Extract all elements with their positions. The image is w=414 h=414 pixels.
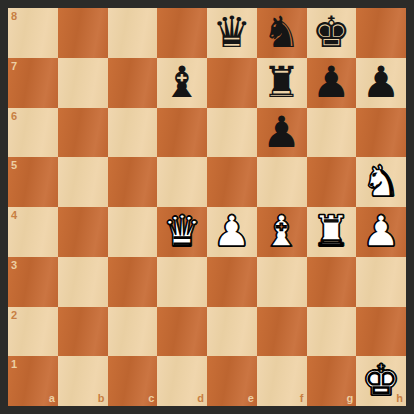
piece-black-knight-f8[interactable]: ♞: [262, 8, 301, 58]
piece-black-queen-e8[interactable]: ♛: [213, 8, 252, 58]
square-f1[interactable]: f: [257, 356, 307, 406]
piece-white-rook-g4[interactable]: ♜: [312, 207, 351, 257]
square-g4[interactable]: ♜: [307, 207, 357, 257]
square-e6[interactable]: [207, 108, 257, 158]
file-label-c: c: [148, 393, 154, 404]
square-g6[interactable]: [307, 108, 357, 158]
square-b6[interactable]: [58, 108, 108, 158]
board-frame: 8♛♞♚7♝♜♟♟6♟5♞4♛♟♝♜♟321abcdefgh♚: [0, 0, 414, 414]
square-f4[interactable]: ♝: [257, 207, 307, 257]
square-c7[interactable]: [108, 58, 158, 108]
piece-black-king-g8[interactable]: ♚: [312, 8, 351, 58]
rank-label-3: 3: [11, 260, 17, 271]
square-g2[interactable]: [307, 307, 357, 357]
file-label-g: g: [347, 393, 354, 404]
rank-label-6: 6: [11, 111, 17, 122]
square-c3[interactable]: [108, 257, 158, 307]
square-f3[interactable]: [257, 257, 307, 307]
square-e8[interactable]: ♛: [207, 8, 257, 58]
square-h8[interactable]: [356, 8, 406, 58]
square-b5[interactable]: [58, 157, 108, 207]
square-d2[interactable]: [157, 307, 207, 357]
square-c8[interactable]: [108, 8, 158, 58]
square-e3[interactable]: [207, 257, 257, 307]
rank-label-2: 2: [11, 310, 17, 321]
square-h6[interactable]: [356, 108, 406, 158]
square-e4[interactable]: ♟: [207, 207, 257, 257]
chess-board: 8♛♞♚7♝♜♟♟6♟5♞4♛♟♝♜♟321abcdefgh♚: [8, 8, 406, 406]
square-g5[interactable]: [307, 157, 357, 207]
file-label-b: b: [98, 393, 105, 404]
square-d6[interactable]: [157, 108, 207, 158]
piece-black-pawn-g7[interactable]: ♟: [312, 58, 351, 108]
square-d7[interactable]: ♝: [157, 58, 207, 108]
square-d1[interactable]: d: [157, 356, 207, 406]
piece-white-bishop-f4[interactable]: ♝: [262, 207, 301, 257]
rank-label-7: 7: [11, 61, 17, 72]
square-a1[interactable]: 1a: [8, 356, 58, 406]
piece-white-pawn-h4[interactable]: ♟: [362, 207, 401, 257]
piece-white-queen-d4[interactable]: ♛: [163, 207, 202, 257]
square-a5[interactable]: 5: [8, 157, 58, 207]
square-c1[interactable]: c: [108, 356, 158, 406]
square-c4[interactable]: [108, 207, 158, 257]
square-f2[interactable]: [257, 307, 307, 357]
piece-white-king-h1[interactable]: ♚: [362, 356, 401, 406]
square-d8[interactable]: [157, 8, 207, 58]
square-b2[interactable]: [58, 307, 108, 357]
square-f5[interactable]: [257, 157, 307, 207]
square-c2[interactable]: [108, 307, 158, 357]
square-c5[interactable]: [108, 157, 158, 207]
square-h1[interactable]: h♚: [356, 356, 406, 406]
square-e2[interactable]: [207, 307, 257, 357]
square-h2[interactable]: [356, 307, 406, 357]
square-a2[interactable]: 2: [8, 307, 58, 357]
square-g7[interactable]: ♟: [307, 58, 357, 108]
square-d5[interactable]: [157, 157, 207, 207]
rank-label-4: 4: [11, 210, 17, 221]
piece-black-rook-f7[interactable]: ♜: [262, 58, 301, 108]
square-g8[interactable]: ♚: [307, 8, 357, 58]
square-g3[interactable]: [307, 257, 357, 307]
piece-white-pawn-e4[interactable]: ♟: [213, 207, 252, 257]
piece-black-pawn-f6[interactable]: ♟: [262, 108, 301, 158]
square-b1[interactable]: b: [58, 356, 108, 406]
square-a4[interactable]: 4: [8, 207, 58, 257]
rank-label-5: 5: [11, 160, 17, 171]
square-e5[interactable]: [207, 157, 257, 207]
square-a7[interactable]: 7: [8, 58, 58, 108]
square-c6[interactable]: [108, 108, 158, 158]
square-a8[interactable]: 8: [8, 8, 58, 58]
square-b7[interactable]: [58, 58, 108, 108]
square-b3[interactable]: [58, 257, 108, 307]
file-label-d: d: [197, 393, 204, 404]
square-f8[interactable]: ♞: [257, 8, 307, 58]
square-g1[interactable]: g: [307, 356, 357, 406]
square-h7[interactable]: ♟: [356, 58, 406, 108]
piece-black-bishop-d7[interactable]: ♝: [163, 58, 202, 108]
square-d3[interactable]: [157, 257, 207, 307]
square-b8[interactable]: [58, 8, 108, 58]
piece-white-knight-h5[interactable]: ♞: [362, 157, 401, 207]
square-f6[interactable]: ♟: [257, 108, 307, 158]
square-h3[interactable]: [356, 257, 406, 307]
file-label-a: a: [49, 393, 55, 404]
rank-label-1: 1: [11, 359, 17, 370]
square-e1[interactable]: e: [207, 356, 257, 406]
piece-black-pawn-h7[interactable]: ♟: [362, 58, 401, 108]
square-e7[interactable]: [207, 58, 257, 108]
square-f7[interactable]: ♜: [257, 58, 307, 108]
square-d4[interactable]: ♛: [157, 207, 207, 257]
square-a6[interactable]: 6: [8, 108, 58, 158]
file-label-e: e: [248, 393, 254, 404]
square-a3[interactable]: 3: [8, 257, 58, 307]
square-b4[interactable]: [58, 207, 108, 257]
square-h5[interactable]: ♞: [356, 157, 406, 207]
rank-label-8: 8: [11, 11, 17, 22]
file-label-f: f: [300, 393, 304, 404]
square-h4[interactable]: ♟: [356, 207, 406, 257]
